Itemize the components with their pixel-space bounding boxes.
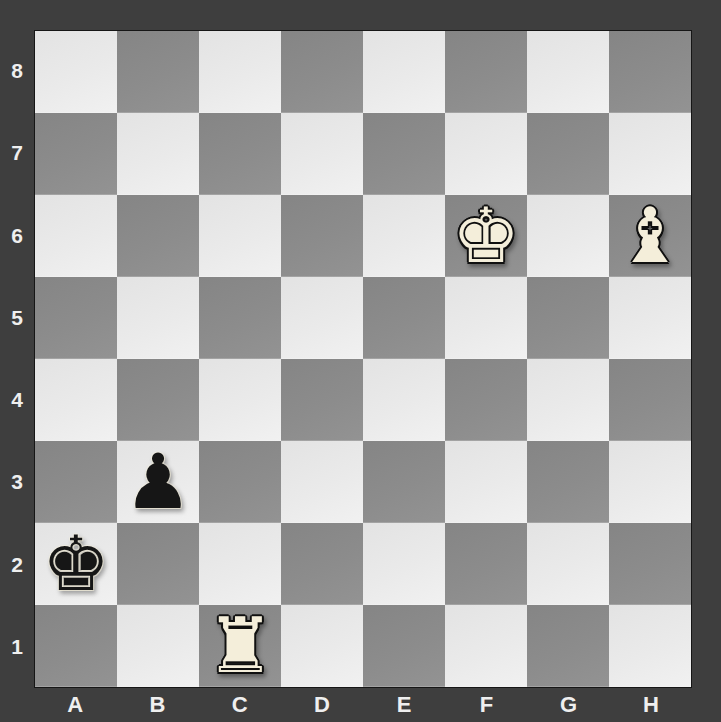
square-g6[interactable] [527,195,609,277]
square-e6[interactable] [363,195,445,277]
rank-label-6: 6 [0,195,34,277]
square-e3[interactable] [363,441,445,523]
square-h2[interactable] [609,523,691,605]
square-f6[interactable]: ♚ [445,195,527,277]
square-g7[interactable] [527,113,609,195]
square-h3[interactable] [609,441,691,523]
file-label-h: H [610,688,692,722]
square-c3[interactable] [199,441,281,523]
square-c4[interactable] [199,359,281,441]
square-b8[interactable] [117,31,199,113]
square-f2[interactable] [445,523,527,605]
square-h1[interactable] [609,605,691,687]
square-b2[interactable] [117,523,199,605]
square-e8[interactable] [363,31,445,113]
square-d3[interactable] [281,441,363,523]
square-a8[interactable] [35,31,117,113]
square-b7[interactable] [117,113,199,195]
square-g1[interactable] [527,605,609,687]
square-a6[interactable] [35,195,117,277]
square-g5[interactable] [527,277,609,359]
file-labels: ABCDEFGH [34,688,692,722]
square-g8[interactable] [527,31,609,113]
chess-board: ♚♝♟♚♜ [34,30,692,688]
chess-board-screenshot: 87654321 ♚♝♟♚♜ ABCDEFGH [0,0,721,722]
file-label-a: A [34,688,116,722]
square-f3[interactable] [445,441,527,523]
square-a7[interactable] [35,113,117,195]
rank-label-8: 8 [0,30,34,112]
square-e1[interactable] [363,605,445,687]
square-b3[interactable]: ♟ [117,441,199,523]
square-e7[interactable] [363,113,445,195]
white-king[interactable]: ♚ [452,195,520,277]
square-d2[interactable] [281,523,363,605]
square-a4[interactable] [35,359,117,441]
square-h5[interactable] [609,277,691,359]
square-d6[interactable] [281,195,363,277]
rank-label-3: 3 [0,441,34,523]
square-g3[interactable] [527,441,609,523]
square-a5[interactable] [35,277,117,359]
square-h7[interactable] [609,113,691,195]
square-h6[interactable]: ♝ [609,195,691,277]
square-c7[interactable] [199,113,281,195]
square-d4[interactable] [281,359,363,441]
square-a2[interactable]: ♚ [35,523,117,605]
square-a3[interactable] [35,441,117,523]
square-e4[interactable] [363,359,445,441]
file-label-f: F [445,688,527,722]
rank-label-5: 5 [0,277,34,359]
square-c1[interactable]: ♜ [199,605,281,687]
square-b5[interactable] [117,277,199,359]
rank-labels: 87654321 [0,30,34,688]
square-c2[interactable] [199,523,281,605]
file-label-g: G [528,688,610,722]
square-f4[interactable] [445,359,527,441]
black-king[interactable]: ♚ [42,523,110,605]
square-a1[interactable] [35,605,117,687]
square-h4[interactable] [609,359,691,441]
square-d7[interactable] [281,113,363,195]
file-label-d: D [281,688,363,722]
rank-label-4: 4 [0,359,34,441]
square-f7[interactable] [445,113,527,195]
square-f5[interactable] [445,277,527,359]
square-f8[interactable] [445,31,527,113]
square-g2[interactable] [527,523,609,605]
rank-label-7: 7 [0,112,34,194]
square-c5[interactable] [199,277,281,359]
rank-label-2: 2 [0,524,34,606]
square-b6[interactable] [117,195,199,277]
black-pawn[interactable]: ♟ [124,441,192,523]
square-f1[interactable] [445,605,527,687]
square-g4[interactable] [527,359,609,441]
white-rook[interactable]: ♜ [206,605,274,687]
square-b1[interactable] [117,605,199,687]
white-bishop[interactable]: ♝ [616,195,684,277]
file-label-e: E [363,688,445,722]
square-e5[interactable] [363,277,445,359]
square-d1[interactable] [281,605,363,687]
square-c8[interactable] [199,31,281,113]
square-e2[interactable] [363,523,445,605]
square-d8[interactable] [281,31,363,113]
square-h8[interactable] [609,31,691,113]
file-label-b: B [116,688,198,722]
square-c6[interactable] [199,195,281,277]
rank-label-1: 1 [0,606,34,688]
square-b4[interactable] [117,359,199,441]
file-label-c: C [199,688,281,722]
square-d5[interactable] [281,277,363,359]
